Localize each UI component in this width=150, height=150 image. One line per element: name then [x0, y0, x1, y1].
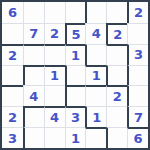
given-digit: 4: [92, 27, 101, 40]
cell-r1c5[interactable]: [85, 2, 106, 23]
cell-r6c7[interactable]: 7: [127, 106, 148, 127]
cell-r6c6[interactable]: [106, 106, 127, 127]
cell-r7c7[interactable]: 6: [127, 127, 148, 148]
cell-r1c4[interactable]: [65, 2, 86, 23]
cell-r1c2[interactable]: [23, 2, 44, 23]
cell-r4c4[interactable]: [65, 65, 86, 86]
cell-r5c5[interactable]: [85, 85, 106, 106]
cell-r4c7[interactable]: [127, 65, 148, 86]
cell-r3c4[interactable]: 1: [65, 44, 86, 65]
cell-r4c3[interactable]: 1: [44, 65, 65, 86]
cell-r2c5[interactable]: 4: [85, 23, 106, 44]
given-digit: 6: [8, 6, 17, 19]
cell-r7c1[interactable]: 3: [2, 127, 23, 148]
given-digit: 2: [50, 27, 59, 40]
cell-r3c1[interactable]: 2: [2, 44, 23, 65]
given-digit: 1: [92, 69, 101, 82]
given-digit: 2: [8, 111, 17, 124]
cell-r6c2[interactable]: [23, 106, 44, 127]
given-digit: 1: [92, 111, 101, 124]
cell-r3c3[interactable]: [44, 44, 65, 65]
cell-r2c6[interactable]: 2: [106, 23, 127, 44]
cell-r2c7[interactable]: [127, 23, 148, 44]
cell-r4c1[interactable]: [2, 65, 23, 86]
cell-r2c1[interactable]: [2, 23, 23, 44]
given-digit: 4: [29, 90, 38, 103]
given-digit: 1: [71, 49, 80, 62]
cell-r6c1[interactable]: 2: [2, 106, 23, 127]
cell-r6c5[interactable]: 1: [85, 106, 106, 127]
cell-r1c1[interactable]: 6: [2, 2, 23, 23]
cell-r1c7[interactable]: 2: [127, 2, 148, 23]
cell-r5c1[interactable]: [2, 85, 23, 106]
cell-r5c2[interactable]: 4: [23, 85, 44, 106]
cell-r6c3[interactable]: 4: [44, 106, 65, 127]
puzzle-board: 6272542213114224317316: [0, 0, 150, 150]
cell-r4c6[interactable]: [106, 65, 127, 86]
cell-r2c4[interactable]: 5: [65, 23, 86, 44]
cell-r2c2[interactable]: 7: [23, 23, 44, 44]
cell-r4c5[interactable]: 1: [85, 65, 106, 86]
cell-r7c4[interactable]: 1: [65, 127, 86, 148]
cell-r3c2[interactable]: [23, 44, 44, 65]
cell-r5c6[interactable]: 2: [106, 85, 127, 106]
screenshot-stage: 6272542213114224317316: [0, 0, 150, 150]
cell-r7c6[interactable]: [106, 127, 127, 148]
given-digit: 3: [8, 132, 17, 145]
cell-r1c3[interactable]: [44, 2, 65, 23]
given-digit: 2: [8, 49, 17, 62]
given-digit: 1: [71, 132, 80, 145]
given-digit: 3: [134, 48, 143, 61]
given-digit: 4: [50, 111, 59, 124]
cell-r7c2[interactable]: [23, 127, 44, 148]
given-digit: 7: [29, 27, 38, 40]
cell-r5c4[interactable]: [65, 85, 86, 106]
cell-r3c5[interactable]: [85, 44, 106, 65]
given-digit: 3: [71, 111, 80, 124]
cell-r3c7[interactable]: 3: [127, 44, 148, 65]
cell-r6c4[interactable]: 3: [65, 106, 86, 127]
given-digit: 7: [134, 111, 143, 124]
given-digit: 2: [134, 6, 143, 19]
cell-r4c2[interactable]: [23, 65, 44, 86]
cell-r2c3[interactable]: 2: [44, 23, 65, 44]
given-digit: 5: [71, 28, 80, 41]
given-digit: 2: [113, 90, 122, 103]
cell-r5c3[interactable]: [44, 85, 65, 106]
given-digit: 2: [113, 28, 122, 41]
cell-r1c6[interactable]: [106, 2, 127, 23]
cell-r5c7[interactable]: [127, 85, 148, 106]
cell-r3c6[interactable]: [106, 44, 127, 65]
cell-r7c5[interactable]: [85, 127, 106, 148]
given-digit: 6: [134, 132, 143, 145]
given-digit: 1: [50, 69, 59, 82]
cell-r7c3[interactable]: [44, 127, 65, 148]
